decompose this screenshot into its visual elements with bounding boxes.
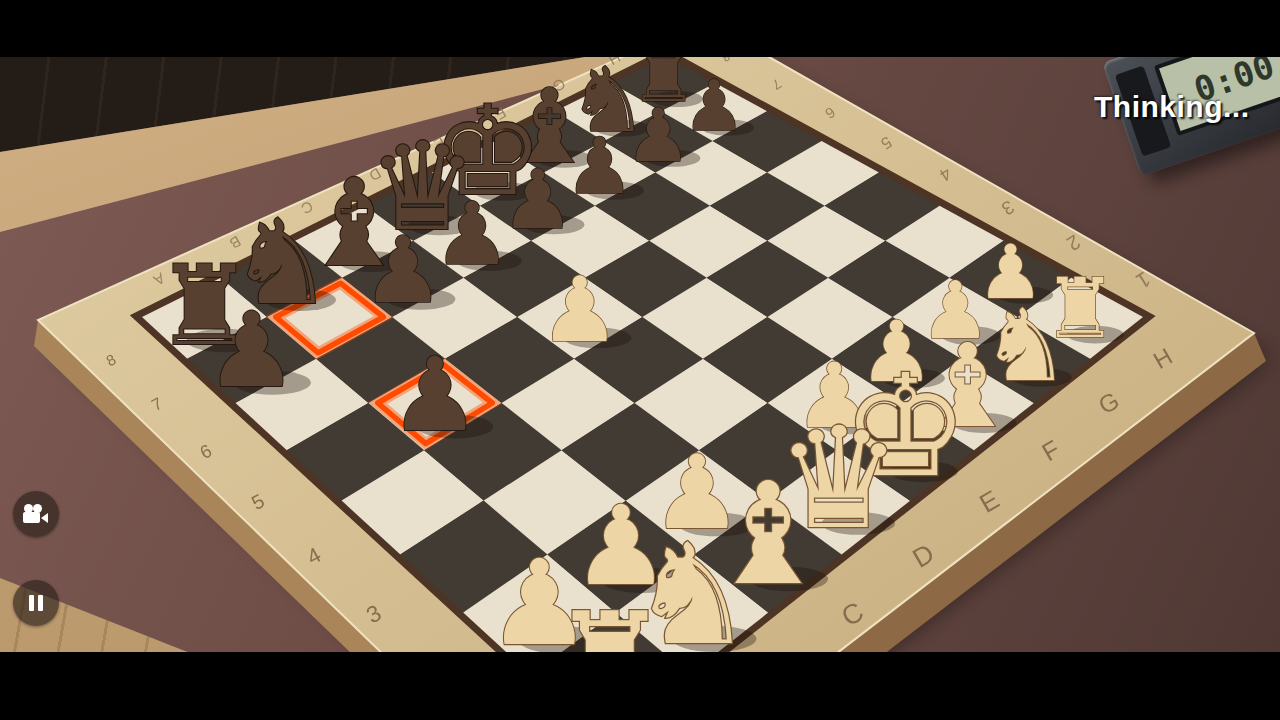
piece-black-P-d7[interactable]: ♟ [433, 184, 511, 284]
letterbox-bottom [0, 652, 1280, 720]
piece-black-P-h7[interactable]: ♟ [683, 65, 746, 146]
video-camera-icon [23, 504, 49, 524]
pause-icon [13, 580, 59, 626]
game-scene: 1122334455667788AABBCCDDEEFFGGHH♜♟♞♟♝♟♚♟… [0, 0, 1280, 720]
piece-black-P-c7[interactable]: ♟ [362, 217, 444, 324]
piece-black-P-a7[interactable]: ♟ [205, 290, 298, 410]
piece-black-P-e7[interactable]: ♟ [501, 152, 574, 247]
letterbox-top [0, 0, 1280, 57]
camera-button[interactable] [13, 491, 59, 537]
piece-white-P-d5[interactable]: ♟ [539, 257, 620, 362]
piece-black-P-f7[interactable]: ♟ [565, 121, 635, 211]
pause-button[interactable] [13, 580, 59, 626]
piece-black-P-b5[interactable]: ♟ [389, 335, 480, 454]
piece-black-P-g7[interactable]: ♟ [625, 93, 691, 178]
thinking-status: Thinking... [1094, 90, 1250, 124]
chess-board[interactable]: 1122334455667788AABBCCDDEEFFGGHH♜♟♞♟♝♟♚♟… [0, 0, 1280, 720]
